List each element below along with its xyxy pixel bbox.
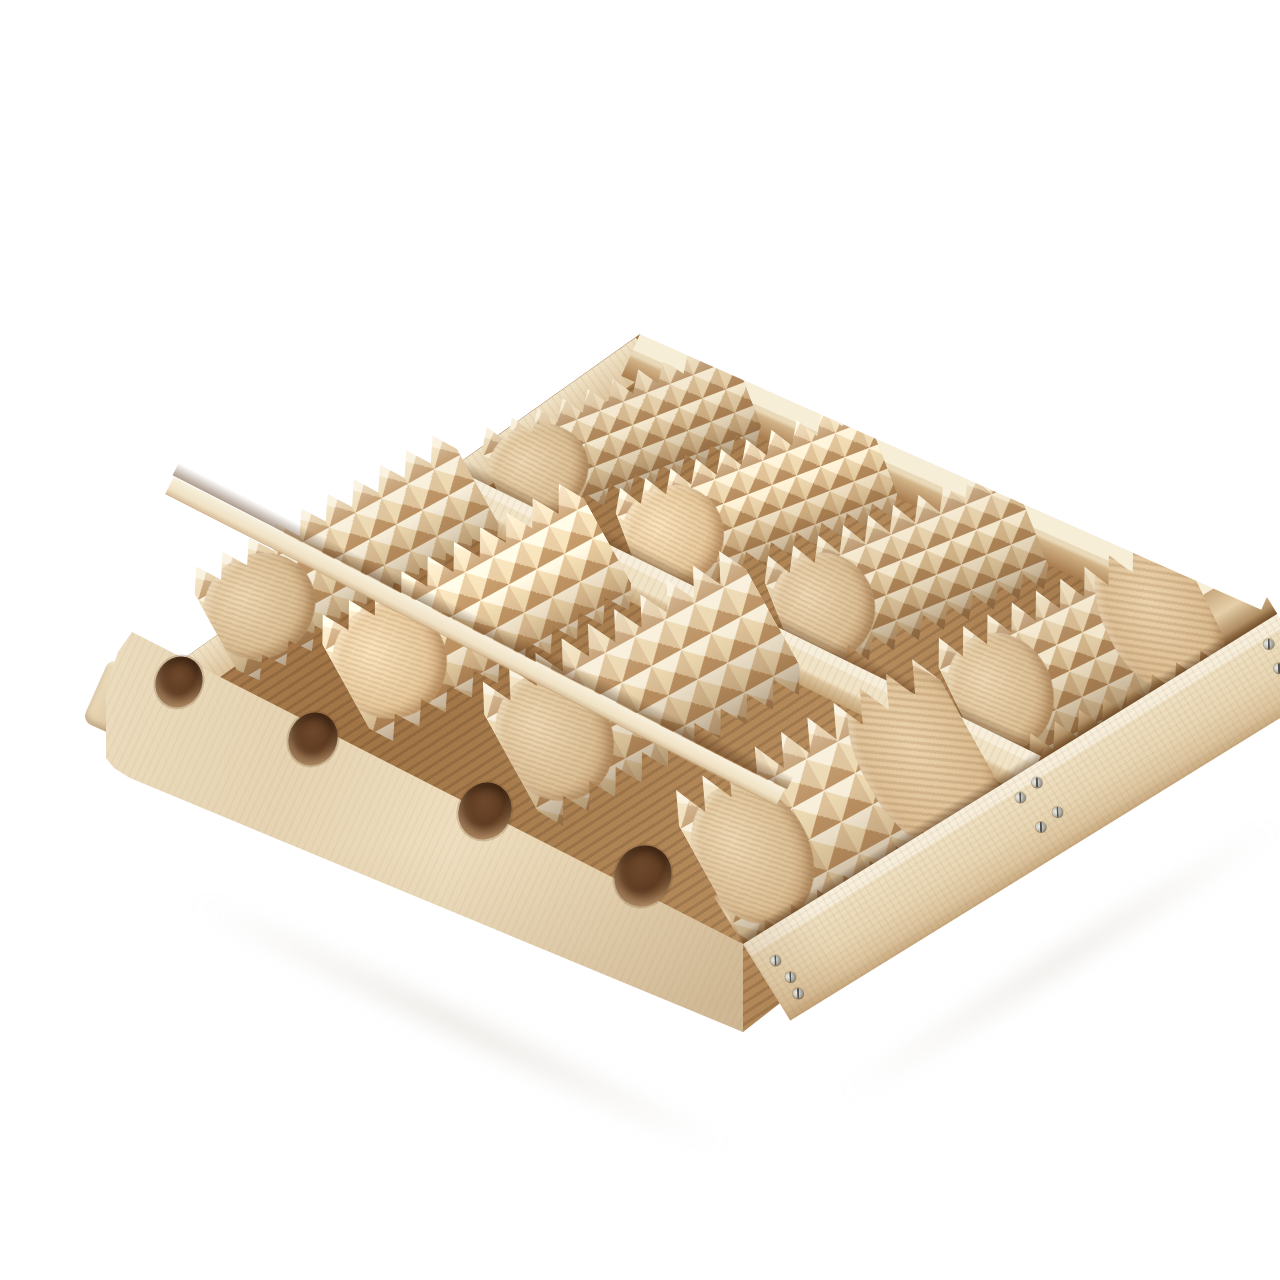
- product-photo: [40, 16, 1280, 1280]
